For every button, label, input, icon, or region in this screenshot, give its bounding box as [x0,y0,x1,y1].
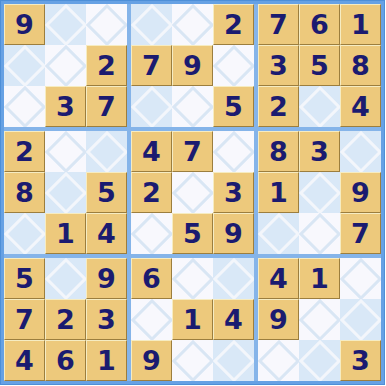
empty-cell-diamond-icon [45,172,86,213]
empty-cell-diamond-icon [299,340,340,381]
cell-r2c8: 5 [299,45,340,86]
cell-r8c6: 4 [213,299,254,340]
cell-r8c5: 1 [172,299,213,340]
empty-cell-diamond-icon [340,258,381,299]
empty-cell-diamond-icon [45,45,86,86]
empty-cell-diamond-icon [299,299,340,340]
cell-r9c7[interactable] [258,340,299,381]
cell-r9c9: 3 [340,340,381,381]
cell-r9c3: 1 [86,340,127,381]
cell-r6c7[interactable] [258,213,299,254]
cell-r9c1: 4 [4,340,45,381]
empty-cell-diamond-icon [45,131,86,172]
cell-r1c8: 6 [299,4,340,45]
cell-r5c9: 9 [340,172,381,213]
cell-r3c2: 3 [45,86,86,127]
empty-cell-diamond-icon [45,258,86,299]
cell-r2c5: 9 [172,45,213,86]
empty-cell-diamond-icon [131,299,172,340]
empty-cell-diamond-icon [258,213,299,254]
cell-r5c5[interactable] [172,172,213,213]
cell-r2c1[interactable] [4,45,45,86]
cell-r1c9: 1 [340,4,381,45]
cell-r7c4: 6 [131,258,172,299]
cell-r7c1: 5 [4,258,45,299]
empty-cell-diamond-icon [340,131,381,172]
cell-r1c3[interactable] [86,4,127,45]
cell-r3c1[interactable] [4,86,45,127]
cell-r8c2: 2 [45,299,86,340]
cell-r8c4[interactable] [131,299,172,340]
cell-r9c2: 6 [45,340,86,381]
empty-cell-diamond-icon [213,340,254,381]
cell-r1c5[interactable] [172,4,213,45]
empty-cell-diamond-icon [299,86,340,127]
cell-r7c5[interactable] [172,258,213,299]
empty-cell-diamond-icon [172,172,213,213]
cell-r5c6: 3 [213,172,254,213]
empty-cell-diamond-icon [299,213,340,254]
empty-cell-diamond-icon [172,4,213,45]
empty-cell-diamond-icon [172,86,213,127]
cell-r7c6[interactable] [213,258,254,299]
cell-r4c9[interactable] [340,131,381,172]
cell-r4c4: 4 [131,131,172,172]
empty-cell-diamond-icon [45,4,86,45]
cell-r2c4: 7 [131,45,172,86]
cell-r2c9: 8 [340,45,381,86]
cell-r8c8[interactable] [299,299,340,340]
empty-cell-diamond-icon [213,258,254,299]
cell-r4c1: 2 [4,131,45,172]
cell-r2c6[interactable] [213,45,254,86]
cell-r4c7: 8 [258,131,299,172]
empty-cell-diamond-icon [86,131,127,172]
cell-r3c6: 5 [213,86,254,127]
cell-r2c2[interactable] [45,45,86,86]
empty-cell-diamond-icon [213,131,254,172]
cell-r8c1: 7 [4,299,45,340]
empty-cell-diamond-icon [4,213,45,254]
cell-r6c2: 1 [45,213,86,254]
cell-r1c2[interactable] [45,4,86,45]
cell-r6c8[interactable] [299,213,340,254]
cell-r7c2[interactable] [45,258,86,299]
cell-r9c5[interactable] [172,340,213,381]
cell-r5c1: 8 [4,172,45,213]
cell-r3c3: 7 [86,86,127,127]
cell-r2c7: 3 [258,45,299,86]
cell-r5c4: 2 [131,172,172,213]
empty-cell-diamond-icon [131,86,172,127]
empty-cell-diamond-icon [340,299,381,340]
cell-r5c3: 5 [86,172,127,213]
cell-r3c7: 2 [258,86,299,127]
cell-r3c4[interactable] [131,86,172,127]
empty-cell-diamond-icon [213,45,254,86]
cell-r8c7: 9 [258,299,299,340]
cell-r7c7: 4 [258,258,299,299]
cell-r9c4: 9 [131,340,172,381]
cell-r8c9[interactable] [340,299,381,340]
cell-r6c4[interactable] [131,213,172,254]
cell-r4c3[interactable] [86,131,127,172]
cell-r4c6[interactable] [213,131,254,172]
empty-cell-diamond-icon [172,340,213,381]
cell-r1c6: 2 [213,4,254,45]
empty-cell-diamond-icon [4,86,45,127]
empty-cell-diamond-icon [172,258,213,299]
cell-r6c9: 7 [340,213,381,254]
cell-r6c6: 9 [213,213,254,254]
cell-r3c8[interactable] [299,86,340,127]
empty-cell-diamond-icon [131,4,172,45]
cell-r6c1[interactable] [4,213,45,254]
empty-cell-diamond-icon [299,172,340,213]
cell-r9c6[interactable] [213,340,254,381]
cell-r5c2[interactable] [45,172,86,213]
cell-r4c5: 7 [172,131,213,172]
empty-cell-diamond-icon [131,213,172,254]
sudoku-board: 9276127935837524247838523191459759641723… [0,0,385,385]
cell-r3c9: 4 [340,86,381,127]
cell-r6c5: 5 [172,213,213,254]
cell-r1c4[interactable] [131,4,172,45]
cell-r6c3: 4 [86,213,127,254]
cell-r4c8: 3 [299,131,340,172]
cell-r1c1: 9 [4,4,45,45]
cell-r1c7: 7 [258,4,299,45]
cell-r7c9[interactable] [340,258,381,299]
cell-r9c8[interactable] [299,340,340,381]
cell-r8c3: 3 [86,299,127,340]
cell-r5c8[interactable] [299,172,340,213]
cell-r3c5[interactable] [172,86,213,127]
cell-r4c2[interactable] [45,131,86,172]
cell-r7c8: 1 [299,258,340,299]
empty-cell-diamond-icon [4,45,45,86]
cell-r5c7: 1 [258,172,299,213]
empty-cell-diamond-icon [86,4,127,45]
cell-r2c3: 2 [86,45,127,86]
empty-cell-diamond-icon [258,340,299,381]
cell-r7c3: 9 [86,258,127,299]
